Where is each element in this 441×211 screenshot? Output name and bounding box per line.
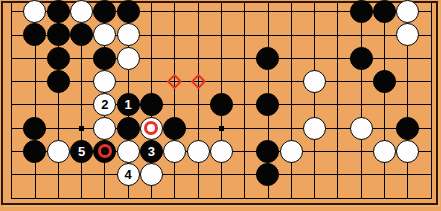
black-stone (350, 0, 373, 23)
white-stone (396, 0, 419, 23)
white-stone (140, 163, 163, 186)
black-stone (210, 93, 233, 116)
star-point (219, 126, 224, 131)
black-stone (350, 47, 373, 70)
grid-hline (11, 198, 432, 199)
red-diamond-marker (167, 74, 183, 90)
black-stone (256, 47, 279, 70)
black-stone (47, 70, 70, 93)
white-stone: 4 (117, 163, 140, 186)
black-stone (93, 0, 116, 23)
red-circle-marker (98, 144, 112, 158)
white-stone (303, 117, 326, 140)
white-stone (396, 23, 419, 46)
white-stone (93, 23, 116, 46)
white-stone (373, 140, 396, 163)
black-stone (140, 93, 163, 116)
black-stone: 3 (140, 140, 163, 163)
black-stone (47, 47, 70, 70)
white-stone (280, 140, 303, 163)
white-stone (117, 47, 140, 70)
black-stone (47, 23, 70, 46)
black-stone (70, 23, 93, 46)
black-stone (47, 0, 70, 23)
black-stone (93, 140, 116, 163)
white-stone (163, 140, 186, 163)
white-stone (93, 117, 116, 140)
white-stone (140, 117, 163, 140)
black-stone: 1 (117, 93, 140, 116)
move-number-label: 5 (78, 145, 85, 158)
black-stone (163, 117, 186, 140)
white-stone (187, 140, 210, 163)
red-circle-marker (144, 121, 158, 135)
black-stone: 5 (70, 140, 93, 163)
black-stone (117, 0, 140, 23)
star-point (79, 126, 84, 131)
black-stone (23, 117, 46, 140)
black-stone (256, 163, 279, 186)
white-stone (93, 70, 116, 93)
black-stone (256, 140, 279, 163)
white-stone (117, 23, 140, 46)
move-number-label: 3 (148, 145, 155, 158)
move-number-label: 1 (125, 98, 132, 111)
white-stone (117, 140, 140, 163)
move-number-label: 4 (125, 168, 132, 181)
white-stone (23, 0, 46, 23)
white-stone (70, 0, 93, 23)
board-grid: 21534 (0, 0, 441, 186)
move-number-label: 2 (101, 98, 108, 111)
black-stone (23, 140, 46, 163)
white-stone (47, 140, 70, 163)
white-stone (210, 140, 233, 163)
black-stone (117, 117, 140, 140)
black-stone (396, 117, 419, 140)
red-diamond-marker (190, 74, 206, 90)
white-stone (303, 70, 326, 93)
black-stone (373, 0, 396, 23)
black-stone (373, 70, 396, 93)
white-stone (350, 117, 373, 140)
black-stone (93, 47, 116, 70)
black-stone (23, 23, 46, 46)
go-board-diagram: 21534 (0, 0, 441, 211)
white-stone (396, 140, 419, 163)
black-stone (256, 93, 279, 116)
white-stone: 2 (93, 93, 116, 116)
